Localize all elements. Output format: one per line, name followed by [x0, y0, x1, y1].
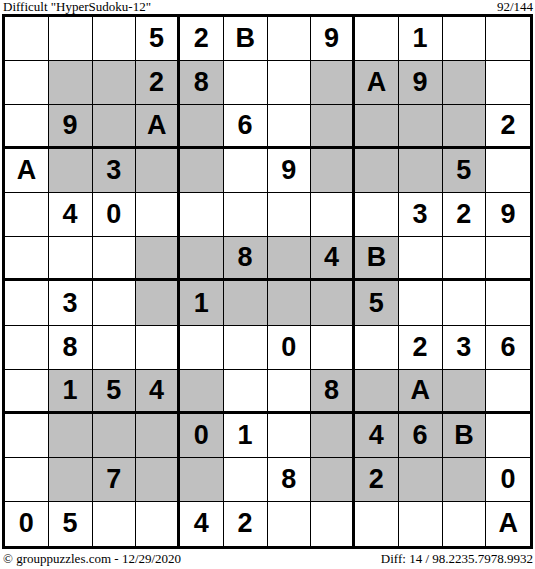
- cell-r12c3-empty[interactable]: [93, 502, 137, 546]
- cell-r4c11-given: 5: [443, 149, 487, 193]
- cell-r10c9-given: 4: [355, 414, 399, 458]
- cell-r3c8-empty[interactable]: [311, 105, 355, 149]
- cell-r5c4-empty[interactable]: [136, 193, 180, 237]
- cell-r4c9-empty[interactable]: [355, 149, 399, 193]
- cell-r12c10-empty[interactable]: [399, 502, 443, 546]
- cell-r1c1-empty[interactable]: [5, 17, 49, 61]
- cell-r11c12-given: 0: [486, 458, 530, 502]
- cell-r3c7-empty[interactable]: [268, 105, 312, 149]
- cell-r5c12-given: 9: [486, 193, 530, 237]
- cell-r6c2-empty[interactable]: [49, 237, 93, 281]
- cell-r5c9-empty[interactable]: [355, 193, 399, 237]
- cell-r9c1-empty[interactable]: [5, 370, 49, 414]
- cell-r6c5-empty[interactable]: [180, 237, 224, 281]
- cell-r4c10-empty[interactable]: [399, 149, 443, 193]
- cell-r6c11-empty[interactable]: [443, 237, 487, 281]
- cell-r11c10-empty[interactable]: [399, 458, 443, 502]
- cell-r12c11-empty[interactable]: [443, 502, 487, 546]
- cell-r9c7-empty[interactable]: [268, 370, 312, 414]
- cell-r3c11-empty[interactable]: [443, 105, 487, 149]
- cell-r4c8-empty[interactable]: [311, 149, 355, 193]
- cell-r12c4-empty[interactable]: [136, 502, 180, 546]
- cell-r1c10-given: 1: [399, 17, 443, 61]
- cell-r6c10-empty[interactable]: [399, 237, 443, 281]
- cell-r5c6-empty[interactable]: [224, 193, 268, 237]
- cell-r7c9-given: 5: [355, 281, 399, 325]
- cell-r8c1-empty[interactable]: [5, 326, 49, 370]
- cell-r9c11-empty[interactable]: [443, 370, 487, 414]
- cell-r2c7-empty[interactable]: [268, 61, 312, 105]
- cell-r3c3-empty[interactable]: [93, 105, 137, 149]
- cell-r2c1-empty[interactable]: [5, 61, 49, 105]
- cell-r7c12-empty[interactable]: [486, 281, 530, 325]
- puzzle-counter: 92/144: [497, 0, 533, 13]
- cell-r8c12-given: 6: [486, 326, 530, 370]
- cell-r1c4-given: 5: [136, 17, 180, 61]
- cell-r3c12-given: 2: [486, 105, 530, 149]
- cell-r8c4-empty[interactable]: [136, 326, 180, 370]
- cell-r10c2-empty[interactable]: [49, 414, 93, 458]
- cell-r11c4-empty[interactable]: [136, 458, 180, 502]
- cell-r6c1-empty[interactable]: [5, 237, 49, 281]
- cell-r10c12-empty[interactable]: [486, 414, 530, 458]
- cell-r5c5-empty[interactable]: [180, 193, 224, 237]
- cell-r9c8-given: 8: [311, 370, 355, 414]
- cell-r11c11-empty[interactable]: [443, 458, 487, 502]
- cell-r9c12-empty[interactable]: [486, 370, 530, 414]
- cell-r3c4-given: A: [136, 105, 180, 149]
- cell-r6c12-empty[interactable]: [486, 237, 530, 281]
- cell-r10c4-empty[interactable]: [136, 414, 180, 458]
- cell-r6c9-given: B: [355, 237, 399, 281]
- cell-r6c3-empty[interactable]: [93, 237, 137, 281]
- cell-r4c4-empty[interactable]: [136, 149, 180, 193]
- cell-r2c8-empty[interactable]: [311, 61, 355, 105]
- cell-r3c1-empty[interactable]: [5, 105, 49, 149]
- cell-r10c8-empty[interactable]: [311, 414, 355, 458]
- cell-r10c1-empty[interactable]: [5, 414, 49, 458]
- cell-r4c3-given: 3: [93, 149, 137, 193]
- cell-r1c7-empty[interactable]: [268, 17, 312, 61]
- cell-r9c2-given: 1: [49, 370, 93, 414]
- cell-r7c10-empty[interactable]: [399, 281, 443, 325]
- cell-r7c2-given: 3: [49, 281, 93, 325]
- cell-r8c9-empty[interactable]: [355, 326, 399, 370]
- cell-r11c6-empty[interactable]: [224, 458, 268, 502]
- cell-r9c3-given: 5: [93, 370, 137, 414]
- cell-r4c2-empty[interactable]: [49, 149, 93, 193]
- cell-r5c10-given: 3: [399, 193, 443, 237]
- cell-r8c6-empty[interactable]: [224, 326, 268, 370]
- cell-r7c3-empty[interactable]: [93, 281, 137, 325]
- cell-r5c1-empty[interactable]: [5, 193, 49, 237]
- cell-r3c6-given: 6: [224, 105, 268, 149]
- cell-r2c3-empty[interactable]: [93, 61, 137, 105]
- difficulty-text: Diff: 14 / 98.2235.7978.9932: [381, 551, 533, 566]
- cell-r1c8-given: 9: [311, 17, 355, 61]
- cell-r8c3-empty[interactable]: [93, 326, 137, 370]
- cell-r11c7-given: 8: [268, 458, 312, 502]
- cell-r2c2-empty[interactable]: [49, 61, 93, 105]
- cell-r12c5-given: 4: [180, 502, 224, 546]
- cell-r2c10-given: 9: [399, 61, 443, 105]
- cell-r1c9-empty[interactable]: [355, 17, 399, 61]
- cell-r1c3-empty[interactable]: [93, 17, 137, 61]
- sudoku-board: 52B9128A99A62A3954032984B315802361548A01…: [2, 14, 533, 549]
- cell-r11c8-empty[interactable]: [311, 458, 355, 502]
- cell-r5c7-empty[interactable]: [268, 193, 312, 237]
- cell-r2c11-empty[interactable]: [443, 61, 487, 105]
- cell-r7c8-empty[interactable]: [311, 281, 355, 325]
- header: Difficult "HyperSudoku-12" 92/144: [3, 0, 533, 14]
- cell-r8c10-given: 2: [399, 326, 443, 370]
- cell-r5c11-given: 2: [443, 193, 487, 237]
- cell-r3c5-empty[interactable]: [180, 105, 224, 149]
- cell-r6c6-given: 8: [224, 237, 268, 281]
- cell-r4c5-empty[interactable]: [180, 149, 224, 193]
- cell-r6c8-given: 4: [311, 237, 355, 281]
- cell-r6c4-empty[interactable]: [136, 237, 180, 281]
- cell-r10c11-given: B: [443, 414, 487, 458]
- cell-r4c1-given: A: [5, 149, 49, 193]
- cell-r6c7-empty[interactable]: [268, 237, 312, 281]
- cell-r8c7-given: 0: [268, 326, 312, 370]
- cell-r4c6-empty[interactable]: [224, 149, 268, 193]
- cell-r9c4-given: 4: [136, 370, 180, 414]
- cell-r12c12-given: A: [486, 502, 530, 546]
- cell-r11c3-given: 7: [93, 458, 137, 502]
- cell-r12c8-empty[interactable]: [311, 502, 355, 546]
- cell-r9c10-given: A: [399, 370, 443, 414]
- cell-r11c2-empty[interactable]: [49, 458, 93, 502]
- cell-r10c10-given: 6: [399, 414, 443, 458]
- cell-r2c12-empty[interactable]: [486, 61, 530, 105]
- cell-r3c9-empty[interactable]: [355, 105, 399, 149]
- cell-r10c7-empty[interactable]: [268, 414, 312, 458]
- cell-r8c2-given: 8: [49, 326, 93, 370]
- cell-r4c12-empty[interactable]: [486, 149, 530, 193]
- cell-r10c3-empty[interactable]: [93, 414, 137, 458]
- cell-r12c9-empty[interactable]: [355, 502, 399, 546]
- cell-r2c9-given: A: [355, 61, 399, 105]
- cell-r8c11-given: 3: [443, 326, 487, 370]
- cell-r12c7-empty[interactable]: [268, 502, 312, 546]
- cell-r9c9-empty[interactable]: [355, 370, 399, 414]
- cell-r5c2-given: 4: [49, 193, 93, 237]
- cell-r4c7-given: 9: [268, 149, 312, 193]
- cell-r1c5-given: 2: [180, 17, 224, 61]
- cell-r2c4-given: 2: [136, 61, 180, 105]
- copyright-text: © grouppuzzles.com - 12/29/2020: [3, 551, 181, 566]
- cell-r7c7-empty[interactable]: [268, 281, 312, 325]
- cell-r5c8-empty[interactable]: [311, 193, 355, 237]
- cell-r12c1-given: 0: [5, 502, 49, 546]
- cell-r11c9-given: 2: [355, 458, 399, 502]
- cell-r10c6-given: 1: [224, 414, 268, 458]
- cell-r11c5-empty[interactable]: [180, 458, 224, 502]
- cell-r3c10-empty[interactable]: [399, 105, 443, 149]
- cell-r12c6-given: 2: [224, 502, 268, 546]
- cell-r11c1-empty[interactable]: [5, 458, 49, 502]
- cell-r7c11-empty[interactable]: [443, 281, 487, 325]
- cell-r7c4-empty[interactable]: [136, 281, 180, 325]
- cell-r8c8-empty[interactable]: [311, 326, 355, 370]
- cell-r7c1-empty[interactable]: [5, 281, 49, 325]
- cell-r1c2-empty[interactable]: [49, 17, 93, 61]
- cell-r9c6-empty[interactable]: [224, 370, 268, 414]
- cell-r2c5-given: 8: [180, 61, 224, 105]
- cell-r12c2-given: 5: [49, 502, 93, 546]
- cell-r1c6-given: B: [224, 17, 268, 61]
- cell-r7c5-given: 1: [180, 281, 224, 325]
- cell-r9c5-empty[interactable]: [180, 370, 224, 414]
- cell-r1c12-empty[interactable]: [486, 17, 530, 61]
- cell-r2c6-empty[interactable]: [224, 61, 268, 105]
- cell-r5c3-given: 0: [93, 193, 137, 237]
- puzzle-title: Difficult "HyperSudoku-12": [3, 0, 151, 13]
- cell-r1c11-empty[interactable]: [443, 17, 487, 61]
- cell-r3c2-given: 9: [49, 105, 93, 149]
- cell-r8c5-empty[interactable]: [180, 326, 224, 370]
- footer: © grouppuzzles.com - 12/29/2020 Diff: 14…: [3, 551, 533, 568]
- cell-r7c6-empty[interactable]: [224, 281, 268, 325]
- cell-r10c5-given: 0: [180, 414, 224, 458]
